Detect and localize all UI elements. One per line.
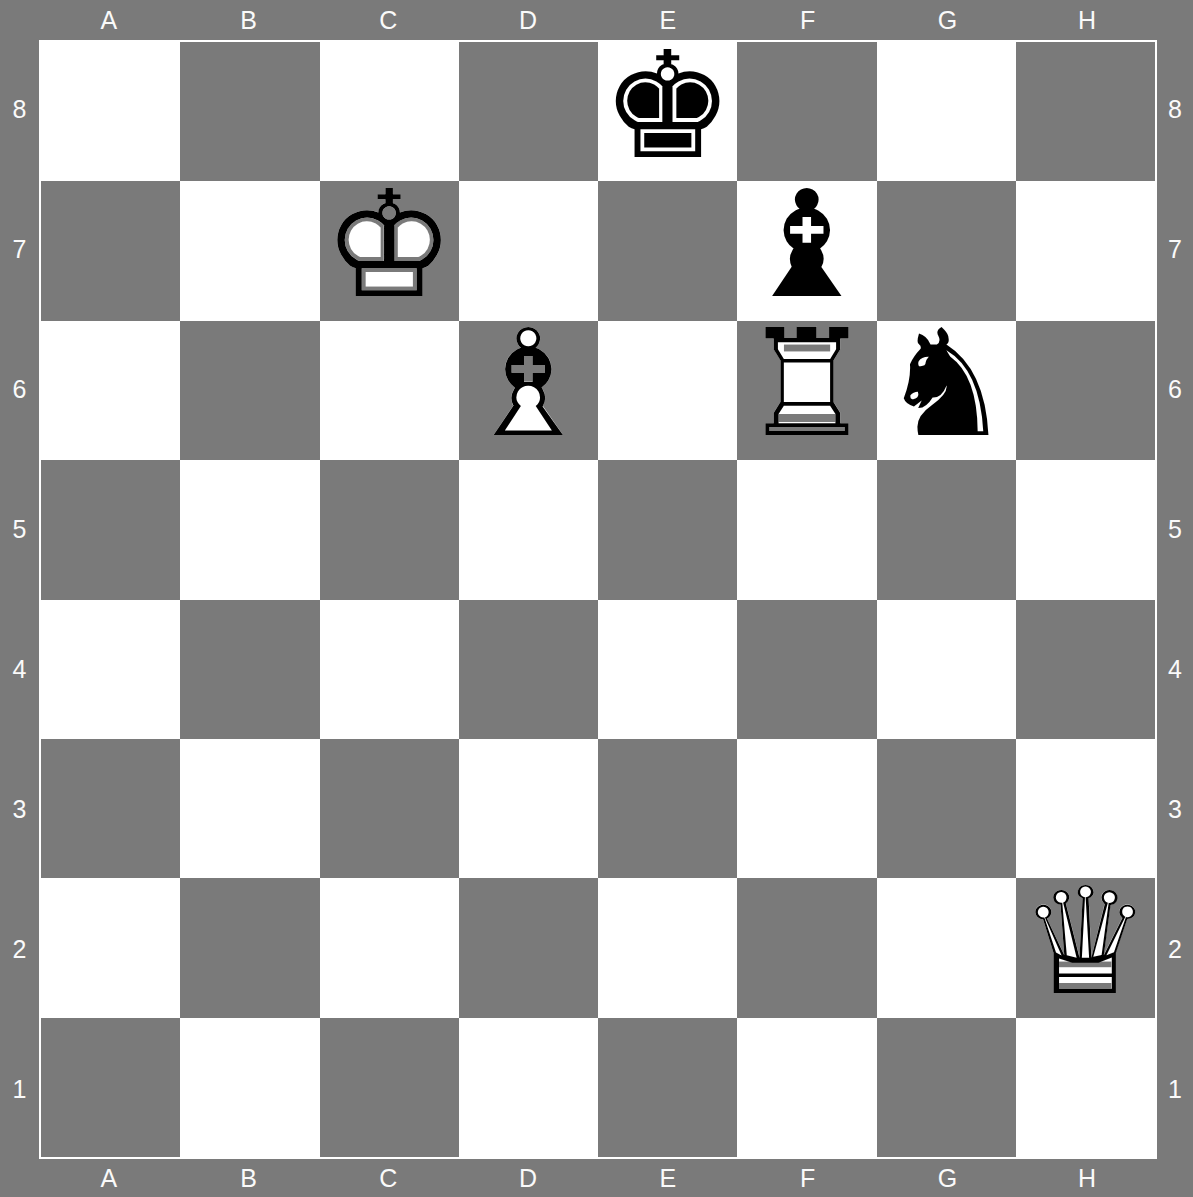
rank-label-left-1: 1 xyxy=(0,1019,39,1159)
rank-label-left-4: 4 xyxy=(0,600,39,740)
square-h5[interactable] xyxy=(1016,460,1155,599)
rank-label-right-6: 6 xyxy=(1157,320,1193,460)
square-f6[interactable]: ♜♖ xyxy=(737,321,876,460)
white-king-icon: ♔ xyxy=(323,171,456,319)
white-bishop-icon: ♗ xyxy=(462,311,595,459)
square-d3[interactable] xyxy=(459,739,598,878)
square-b6[interactable] xyxy=(180,321,319,460)
rank-label-right-4: 4 xyxy=(1157,600,1193,740)
square-e7[interactable] xyxy=(598,181,737,320)
square-f5[interactable] xyxy=(737,460,876,599)
square-e2[interactable] xyxy=(598,878,737,1017)
square-g2[interactable] xyxy=(877,878,1016,1017)
rank-label-left-7: 7 xyxy=(0,180,39,320)
black-knight-icon: ♞ xyxy=(880,311,1013,459)
square-b1[interactable] xyxy=(180,1018,319,1157)
white-queen-icon: ♕ xyxy=(1019,868,1152,1016)
square-e5[interactable] xyxy=(598,460,737,599)
rank-label-right-8: 8 xyxy=(1157,40,1193,180)
square-c5[interactable] xyxy=(320,460,459,599)
rank-label-left-6: 6 xyxy=(0,320,39,460)
square-h6[interactable] xyxy=(1016,321,1155,460)
square-e3[interactable] xyxy=(598,739,737,878)
piece-white-rook: ♜♖ xyxy=(737,321,876,460)
square-a2[interactable] xyxy=(41,878,180,1017)
rank-label-right-2: 2 xyxy=(1157,879,1193,1019)
square-e8[interactable]: ♚ xyxy=(598,42,737,181)
square-d8[interactable] xyxy=(459,42,598,181)
file-label-top-c: C xyxy=(319,0,459,40)
square-d5[interactable] xyxy=(459,460,598,599)
white-rook-icon: ♖ xyxy=(741,311,874,459)
square-d4[interactable] xyxy=(459,600,598,739)
rank-label-left-2: 2 xyxy=(0,879,39,1019)
piece-white-queen: ♛♕ xyxy=(1016,878,1155,1017)
square-c4[interactable] xyxy=(320,600,459,739)
square-g1[interactable] xyxy=(877,1018,1016,1157)
piece-white-king: ♚♔ xyxy=(320,181,459,320)
square-h8[interactable] xyxy=(1016,42,1155,181)
square-c2[interactable] xyxy=(320,878,459,1017)
file-label-bottom-c: C xyxy=(319,1159,459,1197)
square-d2[interactable] xyxy=(459,878,598,1017)
square-d1[interactable] xyxy=(459,1018,598,1157)
square-a1[interactable] xyxy=(41,1018,180,1157)
square-c3[interactable] xyxy=(320,739,459,878)
file-label-top-b: B xyxy=(179,0,319,40)
file-label-top-h: H xyxy=(1017,0,1157,40)
rank-label-right-1: 1 xyxy=(1157,1019,1193,1159)
rank-label-right-5: 5 xyxy=(1157,460,1193,600)
chess-board: ♚♚♔♝♝♗♜♖♞♛♕ xyxy=(39,40,1157,1159)
rank-label-right-7: 7 xyxy=(1157,180,1193,320)
square-a3[interactable] xyxy=(41,739,180,878)
chess-diagram: ♚♚♔♝♝♗♜♖♞♛♕ AABBCCDDEEFFGGHH887766554433… xyxy=(0,0,1193,1197)
black-king-icon: ♚ xyxy=(601,32,734,180)
piece-white-bishop: ♝♗ xyxy=(459,321,598,460)
file-label-bottom-b: B xyxy=(179,1159,319,1197)
square-b3[interactable] xyxy=(180,739,319,878)
square-b7[interactable] xyxy=(180,181,319,320)
file-label-top-a: A xyxy=(39,0,179,40)
file-label-bottom-h: H xyxy=(1017,1159,1157,1197)
square-b4[interactable] xyxy=(180,600,319,739)
square-g6[interactable]: ♞ xyxy=(877,321,1016,460)
square-e4[interactable] xyxy=(598,600,737,739)
square-b8[interactable] xyxy=(180,42,319,181)
piece-black-king: ♚ xyxy=(598,42,737,181)
file-label-top-f: F xyxy=(738,0,878,40)
square-f2[interactable] xyxy=(737,878,876,1017)
square-a4[interactable] xyxy=(41,600,180,739)
rank-label-left-8: 8 xyxy=(0,40,39,180)
square-g5[interactable] xyxy=(877,460,1016,599)
square-e1[interactable] xyxy=(598,1018,737,1157)
rank-label-right-3: 3 xyxy=(1157,739,1193,879)
file-label-bottom-f: F xyxy=(738,1159,878,1197)
square-h1[interactable] xyxy=(1016,1018,1155,1157)
square-a6[interactable] xyxy=(41,321,180,460)
file-label-bottom-d: D xyxy=(458,1159,598,1197)
square-h7[interactable] xyxy=(1016,181,1155,320)
square-h4[interactable] xyxy=(1016,600,1155,739)
square-f3[interactable] xyxy=(737,739,876,878)
square-c6[interactable] xyxy=(320,321,459,460)
rank-label-left-3: 3 xyxy=(0,739,39,879)
file-label-top-d: D xyxy=(458,0,598,40)
square-g8[interactable] xyxy=(877,42,1016,181)
file-label-bottom-e: E xyxy=(598,1159,738,1197)
square-d6[interactable]: ♝♗ xyxy=(459,321,598,460)
square-a8[interactable] xyxy=(41,42,180,181)
square-a5[interactable] xyxy=(41,460,180,599)
rank-label-left-5: 5 xyxy=(0,460,39,600)
black-bishop-icon: ♝ xyxy=(741,171,874,319)
file-label-bottom-a: A xyxy=(39,1159,179,1197)
square-b5[interactable] xyxy=(180,460,319,599)
square-e6[interactable] xyxy=(598,321,737,460)
square-f1[interactable] xyxy=(737,1018,876,1157)
file-label-top-g: G xyxy=(878,0,1018,40)
square-h2[interactable]: ♛♕ xyxy=(1016,878,1155,1017)
square-a7[interactable] xyxy=(41,181,180,320)
piece-black-knight: ♞ xyxy=(877,321,1016,460)
square-f4[interactable] xyxy=(737,600,876,739)
square-c7[interactable]: ♚♔ xyxy=(320,181,459,320)
square-b2[interactable] xyxy=(180,878,319,1017)
square-c1[interactable] xyxy=(320,1018,459,1157)
square-g3[interactable] xyxy=(877,739,1016,878)
file-label-bottom-g: G xyxy=(878,1159,1018,1197)
square-g4[interactable] xyxy=(877,600,1016,739)
